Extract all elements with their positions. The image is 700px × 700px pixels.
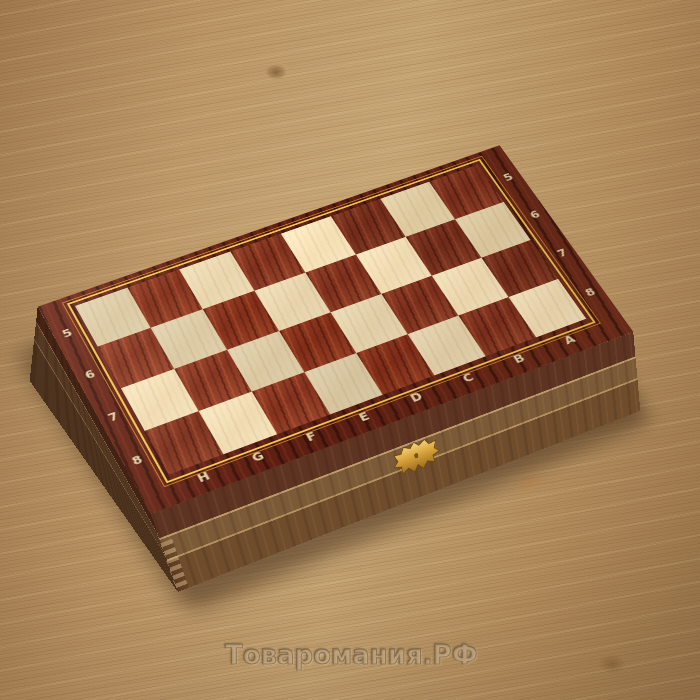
brass-clasp <box>388 428 444 485</box>
watermark-text: Товаромания.РФ <box>225 640 475 670</box>
photo-stage: 56785678HGFEDCBA Товаромания.РФ <box>0 0 700 700</box>
